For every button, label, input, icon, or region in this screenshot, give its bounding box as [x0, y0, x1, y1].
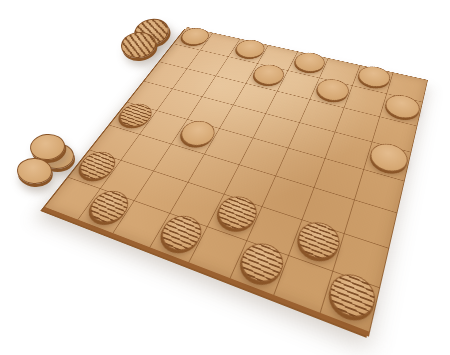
plain-piece[interactable]: [367, 140, 410, 176]
plain-piece[interactable]: [176, 118, 220, 150]
plain-piece[interactable]: [232, 38, 269, 60]
plain-piece[interactable]: [383, 92, 422, 121]
striped-piece[interactable]: [293, 217, 344, 264]
product-photo-scene: [0, 0, 450, 355]
striped-piece[interactable]: [325, 268, 379, 323]
game-board[interactable]: [45, 27, 428, 332]
striped-piece[interactable]: [212, 192, 262, 234]
plain-piece[interactable]: [177, 26, 213, 47]
striped-piece[interactable]: [83, 187, 135, 228]
plain-piece[interactable]: [249, 62, 287, 87]
striped-piece[interactable]: [155, 211, 208, 256]
striped-piece[interactable]: [73, 148, 121, 183]
striped-piece[interactable]: [235, 238, 289, 288]
plain-piece[interactable]: [355, 64, 392, 90]
plain-piece[interactable]: [291, 50, 328, 74]
striped-piece[interactable]: [114, 101, 157, 130]
plain-piece[interactable]: [313, 76, 352, 103]
